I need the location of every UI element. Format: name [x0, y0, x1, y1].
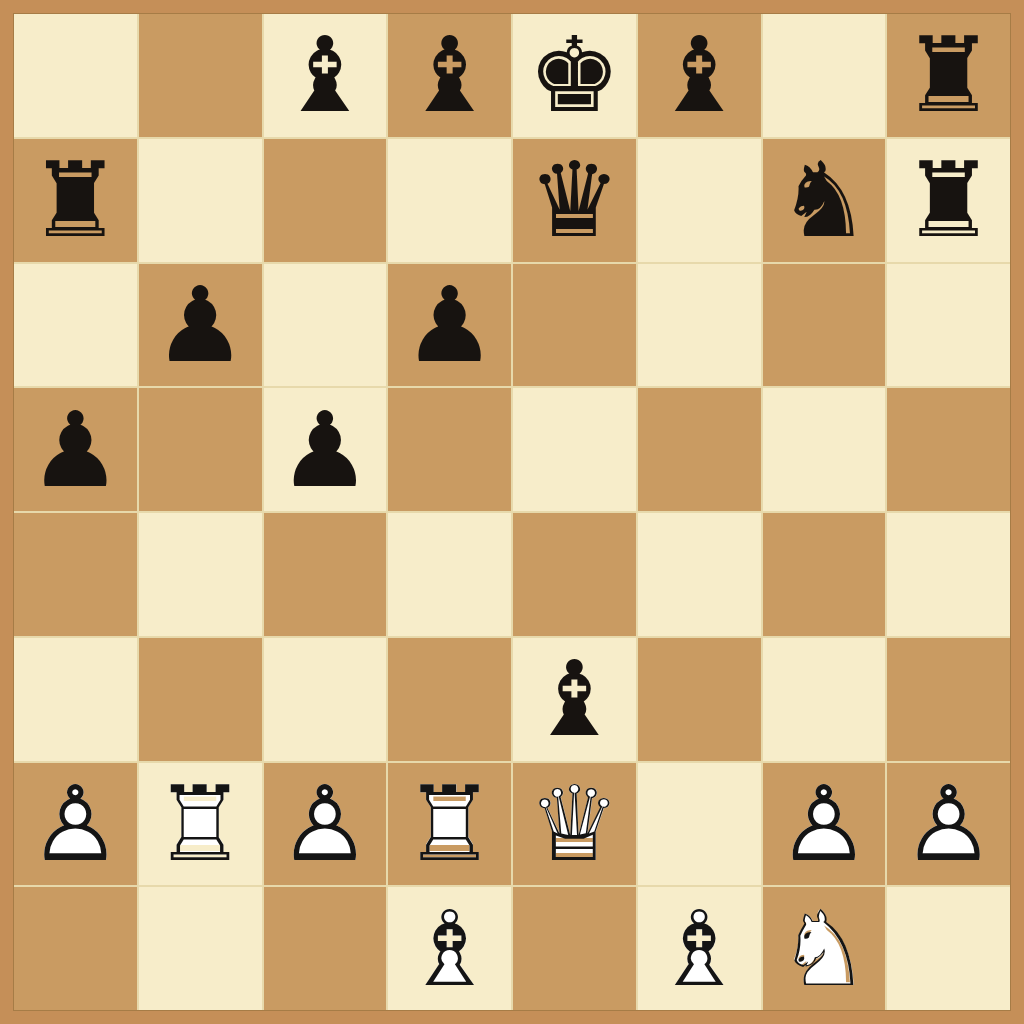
- square-e3[interactable]: ♝: [513, 638, 636, 761]
- square-h2[interactable]: ♟♙: [887, 763, 1010, 886]
- black-pawn[interactable]: ♟: [403, 273, 496, 377]
- square-e8[interactable]: ♚: [513, 14, 636, 137]
- square-b6[interactable]: ♟: [139, 264, 262, 387]
- square-d7[interactable]: [388, 139, 511, 262]
- square-b4[interactable]: [139, 513, 262, 636]
- black-knight[interactable]: ♞: [777, 148, 870, 252]
- square-b8[interactable]: [139, 14, 262, 137]
- white-pawn-outline: ♙: [902, 763, 995, 885]
- black-pawn[interactable]: ♟: [29, 398, 122, 502]
- square-h8[interactable]: ♜: [887, 14, 1010, 137]
- square-e1[interactable]: [513, 887, 636, 1010]
- white-bishop-outline: ♗: [403, 888, 496, 1010]
- square-c6[interactable]: [264, 264, 387, 387]
- square-h5[interactable]: [887, 388, 1010, 511]
- white-bishop[interactable]: ♝♗: [653, 897, 746, 1001]
- white-queen-outline: ♕: [528, 763, 621, 885]
- white-pawn[interactable]: ♟♙: [29, 772, 122, 876]
- white-pawn[interactable]: ♟♙: [902, 772, 995, 876]
- white-rook[interactable]: ♜♖: [154, 772, 247, 876]
- black-bishop[interactable]: ♝: [278, 23, 371, 127]
- square-h1[interactable]: [887, 887, 1010, 1010]
- white-bishop-outline: ♗: [653, 888, 746, 1010]
- square-g4[interactable]: [763, 513, 886, 636]
- square-d8[interactable]: ♝: [388, 14, 511, 137]
- square-e4[interactable]: [513, 513, 636, 636]
- white-pawn-outline: ♙: [777, 763, 870, 885]
- black-pawn[interactable]: ♟: [278, 398, 371, 502]
- black-king[interactable]: ♚: [528, 23, 621, 127]
- square-f6[interactable]: [638, 264, 761, 387]
- board-frame: ♝♝♚♝♜♜♛♞♜♟♟♟♟♝♟♙♜♖♟♙♜♖♛♕♟♙♟♙♝♗♝♗♞♘: [0, 0, 1024, 1024]
- black-rook[interactable]: ♜: [29, 148, 122, 252]
- white-pawn-outline: ♙: [29, 763, 122, 885]
- square-f7[interactable]: [638, 139, 761, 262]
- square-c4[interactable]: [264, 513, 387, 636]
- square-a5[interactable]: ♟: [14, 388, 137, 511]
- white-knight[interactable]: ♞♘: [777, 897, 870, 1001]
- square-g2[interactable]: ♟♙: [763, 763, 886, 886]
- square-h4[interactable]: [887, 513, 1010, 636]
- square-e6[interactable]: [513, 264, 636, 387]
- white-pawn[interactable]: ♟♙: [278, 772, 371, 876]
- square-b1[interactable]: [139, 887, 262, 1010]
- square-c1[interactable]: [264, 887, 387, 1010]
- square-f2[interactable]: [638, 763, 761, 886]
- square-c3[interactable]: [264, 638, 387, 761]
- square-e5[interactable]: [513, 388, 636, 511]
- square-c5[interactable]: ♟: [264, 388, 387, 511]
- square-g3[interactable]: [763, 638, 886, 761]
- black-queen[interactable]: ♛: [528, 148, 621, 252]
- square-g7[interactable]: ♞: [763, 139, 886, 262]
- square-h3[interactable]: [887, 638, 1010, 761]
- square-d6[interactable]: ♟: [388, 264, 511, 387]
- white-pawn[interactable]: ♟♙: [777, 772, 870, 876]
- square-c7[interactable]: [264, 139, 387, 262]
- square-f3[interactable]: [638, 638, 761, 761]
- black-rook[interactable]: ♜: [902, 148, 995, 252]
- square-g5[interactable]: [763, 388, 886, 511]
- white-rook-outline: ♖: [154, 763, 247, 885]
- square-f8[interactable]: ♝: [638, 14, 761, 137]
- square-c2[interactable]: ♟♙: [264, 763, 387, 886]
- chess-board: ♝♝♚♝♜♜♛♞♜♟♟♟♟♝♟♙♜♖♟♙♜♖♛♕♟♙♟♙♝♗♝♗♞♘: [13, 13, 1011, 1011]
- square-d3[interactable]: [388, 638, 511, 761]
- square-d4[interactable]: [388, 513, 511, 636]
- black-bishop[interactable]: ♝: [403, 23, 496, 127]
- square-d5[interactable]: [388, 388, 511, 511]
- square-b5[interactable]: [139, 388, 262, 511]
- square-e2[interactable]: ♛♕: [513, 763, 636, 886]
- square-h6[interactable]: [887, 264, 1010, 387]
- square-f1[interactable]: ♝♗: [638, 887, 761, 1010]
- square-a4[interactable]: [14, 513, 137, 636]
- square-b7[interactable]: [139, 139, 262, 262]
- square-g8[interactable]: [763, 14, 886, 137]
- square-g1[interactable]: ♞♘: [763, 887, 886, 1010]
- square-f4[interactable]: [638, 513, 761, 636]
- square-a3[interactable]: [14, 638, 137, 761]
- black-pawn[interactable]: ♟: [154, 273, 247, 377]
- white-bishop[interactable]: ♝♗: [403, 897, 496, 1001]
- black-rook[interactable]: ♜: [902, 23, 995, 127]
- square-e7[interactable]: ♛: [513, 139, 636, 262]
- black-bishop[interactable]: ♝: [528, 647, 621, 751]
- square-c8[interactable]: ♝: [264, 14, 387, 137]
- black-bishop[interactable]: ♝: [653, 23, 746, 127]
- square-a1[interactable]: [14, 887, 137, 1010]
- square-a7[interactable]: ♜: [14, 139, 137, 262]
- white-queen[interactable]: ♛♕: [528, 772, 621, 876]
- white-pawn-outline: ♙: [278, 763, 371, 885]
- square-a8[interactable]: [14, 14, 137, 137]
- square-a2[interactable]: ♟♙: [14, 763, 137, 886]
- square-a6[interactable]: [14, 264, 137, 387]
- square-d1[interactable]: ♝♗: [388, 887, 511, 1010]
- square-g6[interactable]: [763, 264, 886, 387]
- square-f5[interactable]: [638, 388, 761, 511]
- white-rook[interactable]: ♜♖: [403, 772, 496, 876]
- square-b3[interactable]: [139, 638, 262, 761]
- square-h7[interactable]: ♜: [887, 139, 1010, 262]
- white-knight-outline: ♘: [777, 888, 870, 1010]
- square-d2[interactable]: ♜♖: [388, 763, 511, 886]
- square-b2[interactable]: ♜♖: [139, 763, 262, 886]
- white-rook-outline: ♖: [403, 763, 496, 885]
